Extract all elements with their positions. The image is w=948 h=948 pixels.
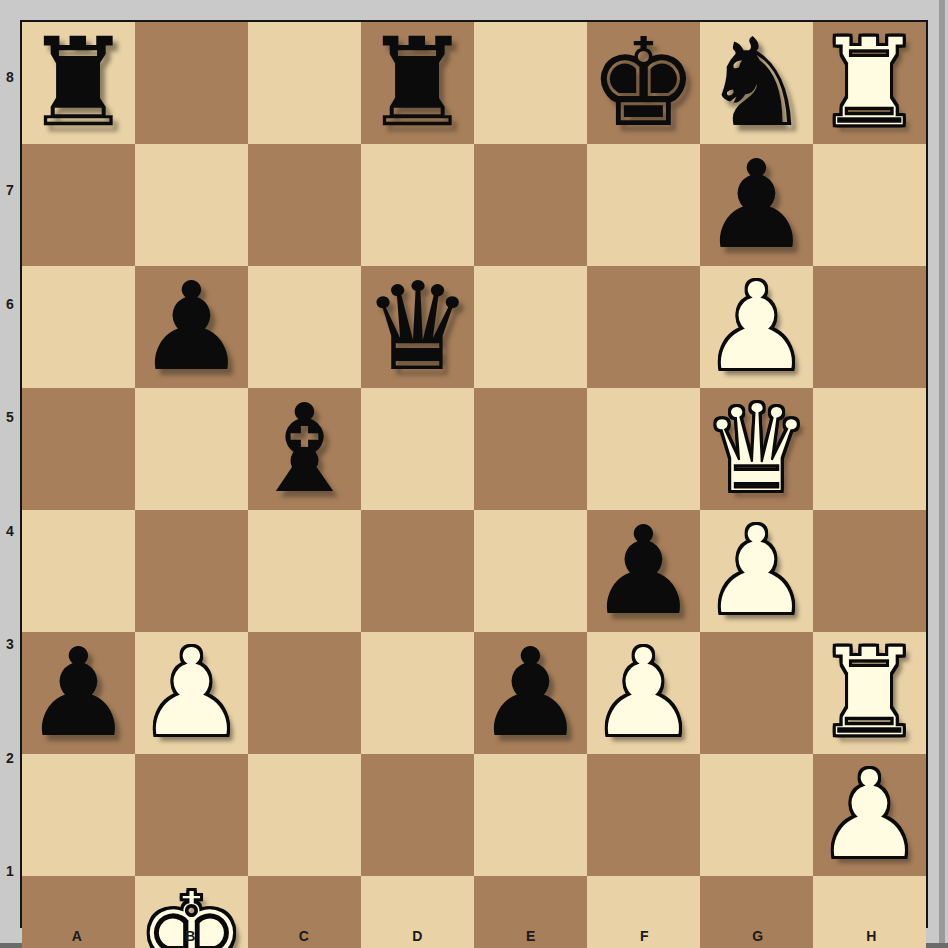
square-h8[interactable]: ♜ — [813, 22, 926, 144]
piece-white-queen[interactable]: ♛ — [702, 388, 811, 510]
piece-white-pawn[interactable]: ♟ — [815, 754, 924, 876]
square-b3[interactable]: ♟ — [135, 632, 248, 754]
square-e4[interactable] — [474, 510, 587, 632]
piece-black-rook[interactable]: ♜ — [363, 22, 472, 144]
piece-black-knight[interactable]: ♞ — [702, 22, 811, 144]
square-g3[interactable] — [700, 632, 813, 754]
piece-white-pawn[interactable]: ♟ — [702, 510, 811, 632]
square-a4[interactable] — [22, 510, 135, 632]
square-d5[interactable] — [361, 388, 474, 510]
rank-label-3: 3 — [0, 588, 20, 702]
square-c8[interactable] — [248, 22, 361, 144]
piece-white-pawn[interactable]: ♟ — [137, 632, 246, 754]
square-b4[interactable] — [135, 510, 248, 632]
file-label-g: G — [701, 926, 815, 945]
piece-black-queen[interactable]: ♛ — [363, 266, 472, 388]
file-label-e: E — [474, 926, 588, 945]
piece-black-pawn[interactable]: ♟ — [137, 266, 246, 388]
piece-black-bishop[interactable]: ♝ — [250, 388, 359, 510]
square-b2[interactable] — [135, 754, 248, 876]
square-a7[interactable] — [22, 144, 135, 266]
square-a5[interactable] — [22, 388, 135, 510]
square-g7[interactable]: ♟ — [700, 144, 813, 266]
rank-label-1: 1 — [0, 815, 20, 929]
square-f4[interactable]: ♟ — [587, 510, 700, 632]
piece-black-pawn[interactable]: ♟ — [24, 632, 133, 754]
square-d4[interactable] — [361, 510, 474, 632]
piece-black-pawn[interactable]: ♟ — [589, 510, 698, 632]
file-label-a: A — [20, 926, 134, 945]
square-c2[interactable] — [248, 754, 361, 876]
square-g8[interactable]: ♞ — [700, 22, 813, 144]
square-g2[interactable] — [700, 754, 813, 876]
chess-board: ♜♜♚♞♜♟♟♛♟♝♛♟♟♟♟♟♟♜♟♚ — [20, 20, 928, 928]
square-c3[interactable] — [248, 632, 361, 754]
piece-black-rook[interactable]: ♜ — [24, 22, 133, 144]
square-b6[interactable]: ♟ — [135, 266, 248, 388]
square-a3[interactable]: ♟ — [22, 632, 135, 754]
rank-label-6: 6 — [0, 247, 20, 361]
square-h4[interactable] — [813, 510, 926, 632]
file-labels: ABCDEFGH — [20, 926, 928, 945]
square-c6[interactable] — [248, 266, 361, 388]
square-e6[interactable] — [474, 266, 587, 388]
square-f8[interactable]: ♚ — [587, 22, 700, 144]
square-f5[interactable] — [587, 388, 700, 510]
square-g4[interactable]: ♟ — [700, 510, 813, 632]
piece-black-pawn[interactable]: ♟ — [476, 632, 585, 754]
square-b7[interactable] — [135, 144, 248, 266]
rank-label-5: 5 — [0, 361, 20, 475]
piece-white-pawn[interactable]: ♟ — [589, 632, 698, 754]
rank-label-2: 2 — [0, 701, 20, 815]
piece-white-rook[interactable]: ♜ — [815, 22, 924, 144]
square-h3[interactable]: ♜ — [813, 632, 926, 754]
file-label-h: H — [815, 926, 929, 945]
square-a2[interactable] — [22, 754, 135, 876]
square-f3[interactable]: ♟ — [587, 632, 700, 754]
square-a6[interactable] — [22, 266, 135, 388]
square-f6[interactable] — [587, 266, 700, 388]
square-e3[interactable]: ♟ — [474, 632, 587, 754]
square-e2[interactable] — [474, 754, 587, 876]
square-e8[interactable] — [474, 22, 587, 144]
square-d3[interactable] — [361, 632, 474, 754]
piece-black-king[interactable]: ♚ — [589, 22, 698, 144]
square-d6[interactable]: ♛ — [361, 266, 474, 388]
square-c5[interactable]: ♝ — [248, 388, 361, 510]
square-h7[interactable] — [813, 144, 926, 266]
rank-labels: 87654321 — [0, 20, 20, 928]
square-a8[interactable]: ♜ — [22, 22, 135, 144]
square-f2[interactable] — [587, 754, 700, 876]
piece-white-rook[interactable]: ♜ — [815, 632, 924, 754]
file-label-b: B — [134, 926, 248, 945]
file-label-c: C — [247, 926, 361, 945]
square-b5[interactable] — [135, 388, 248, 510]
square-h5[interactable] — [813, 388, 926, 510]
frame-shadow-right — [939, 0, 945, 948]
square-f7[interactable] — [587, 144, 700, 266]
square-h6[interactable] — [813, 266, 926, 388]
chess-board-panel: 87654321 ♜♜♚♞♜♟♟♛♟♝♛♟♟♟♟♟♟♜♟♚ ABCDEFGH — [0, 0, 948, 948]
rank-label-7: 7 — [0, 134, 20, 248]
square-d8[interactable]: ♜ — [361, 22, 474, 144]
square-g6[interactable]: ♟ — [700, 266, 813, 388]
file-label-f: F — [588, 926, 702, 945]
rank-label-8: 8 — [0, 20, 20, 134]
square-b8[interactable] — [135, 22, 248, 144]
square-d7[interactable] — [361, 144, 474, 266]
square-e5[interactable] — [474, 388, 587, 510]
square-d2[interactable] — [361, 754, 474, 876]
square-g5[interactable]: ♛ — [700, 388, 813, 510]
square-e7[interactable] — [474, 144, 587, 266]
piece-white-pawn[interactable]: ♟ — [702, 266, 811, 388]
rank-label-4: 4 — [0, 474, 20, 588]
piece-black-pawn[interactable]: ♟ — [702, 144, 811, 266]
square-h2[interactable]: ♟ — [813, 754, 926, 876]
square-c7[interactable] — [248, 144, 361, 266]
square-c4[interactable] — [248, 510, 361, 632]
file-label-d: D — [361, 926, 475, 945]
